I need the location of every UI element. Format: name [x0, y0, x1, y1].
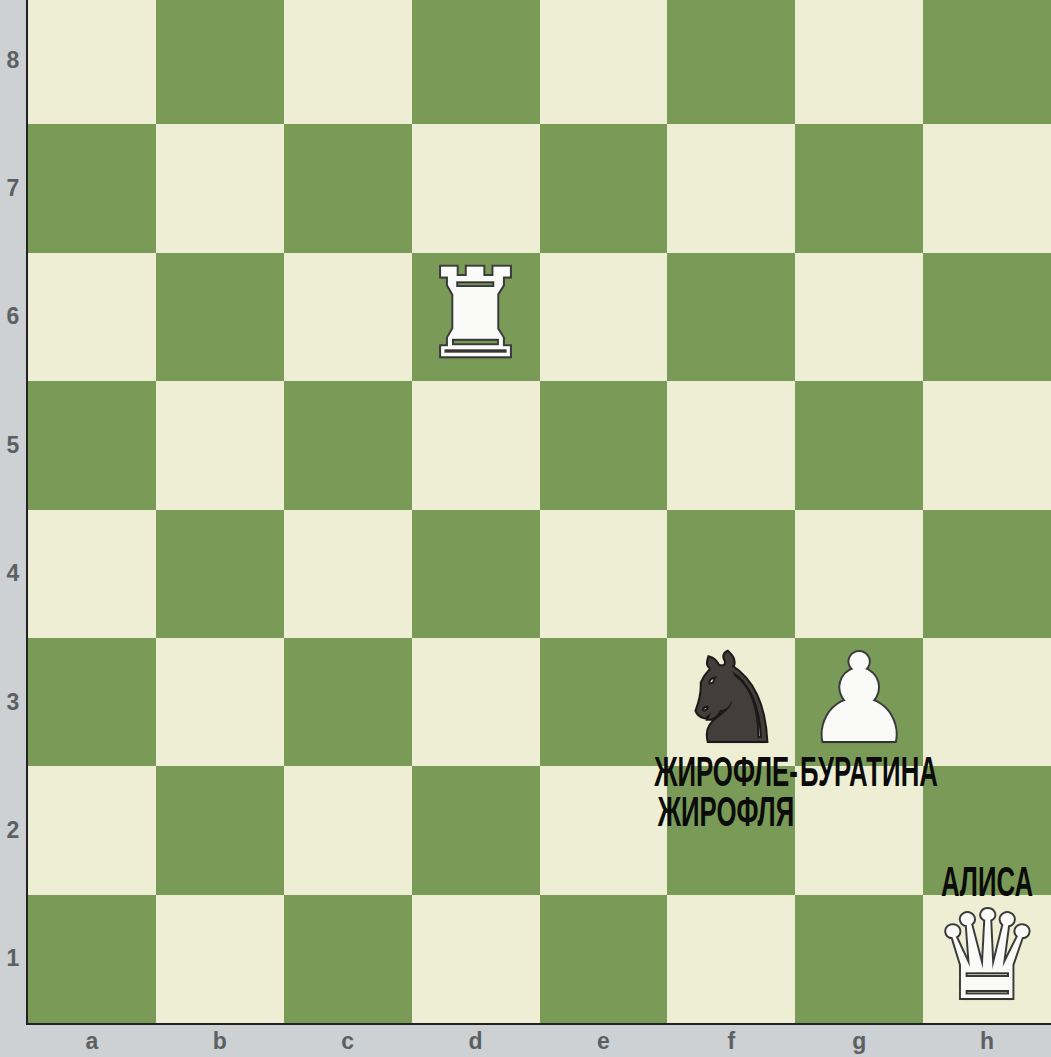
piece-name-label-g3-2: БУРАТИНА: [754, 750, 984, 793]
square-h1[interactable]: ♛: [923, 895, 1051, 1023]
file-label-e: e: [540, 1025, 668, 1057]
square-d1[interactable]: [412, 895, 540, 1023]
square-c4[interactable]: [284, 510, 412, 638]
square-c6[interactable]: [284, 253, 412, 381]
piece-white-queen[interactable]: ♛: [932, 895, 1041, 1017]
square-h3[interactable]: [923, 638, 1051, 766]
square-b8[interactable]: [156, 0, 284, 124]
square-g1[interactable]: [795, 895, 923, 1023]
square-e1[interactable]: [540, 895, 668, 1023]
square-e6[interactable]: [540, 253, 668, 381]
chess-board-app: 87654321 ♜♞♟♛ abcdefgh ЖИРОФЛЕ-ЖИРОФЛЯБУ…: [0, 0, 1051, 1057]
rank-label-5: 5: [0, 381, 26, 509]
square-c2[interactable]: [284, 766, 412, 894]
square-d7[interactable]: [412, 124, 540, 252]
square-e3[interactable]: [540, 638, 668, 766]
file-coordinates: abcdefgh: [28, 1025, 1051, 1057]
square-c7[interactable]: [284, 124, 412, 252]
square-g7[interactable]: [795, 124, 923, 252]
square-d2[interactable]: [412, 766, 540, 894]
square-a3[interactable]: [28, 638, 156, 766]
square-b7[interactable]: [156, 124, 284, 252]
square-d6[interactable]: ♜: [412, 253, 540, 381]
square-h6[interactable]: [923, 253, 1051, 381]
square-a1[interactable]: [28, 895, 156, 1023]
square-b1[interactable]: [156, 895, 284, 1023]
square-a7[interactable]: [28, 124, 156, 252]
square-f6[interactable]: [667, 253, 795, 381]
piece-white-rook[interactable]: ♜: [421, 253, 530, 375]
rank-label-1: 1: [0, 895, 26, 1023]
square-f5[interactable]: [667, 381, 795, 509]
square-h8[interactable]: [923, 0, 1051, 124]
square-a6[interactable]: [28, 253, 156, 381]
square-h4[interactable]: [923, 510, 1051, 638]
square-h7[interactable]: [923, 124, 1051, 252]
square-d5[interactable]: [412, 381, 540, 509]
piece-white-pawn[interactable]: ♟: [805, 638, 914, 760]
piece-black-knight[interactable]: ♞: [677, 638, 786, 760]
square-b5[interactable]: [156, 381, 284, 509]
square-c1[interactable]: [284, 895, 412, 1023]
square-f1[interactable]: [667, 895, 795, 1023]
file-label-f: f: [667, 1025, 795, 1057]
square-g5[interactable]: [795, 381, 923, 509]
square-g8[interactable]: [795, 0, 923, 124]
square-f4[interactable]: [667, 510, 795, 638]
square-h5[interactable]: [923, 381, 1051, 509]
square-a2[interactable]: [28, 766, 156, 894]
square-b2[interactable]: [156, 766, 284, 894]
square-d8[interactable]: [412, 0, 540, 124]
rank-label-8: 8: [0, 0, 26, 124]
square-c3[interactable]: [284, 638, 412, 766]
square-f8[interactable]: [667, 0, 795, 124]
square-a8[interactable]: [28, 0, 156, 124]
square-e8[interactable]: [540, 0, 668, 124]
square-c5[interactable]: [284, 381, 412, 509]
square-d3[interactable]: [412, 638, 540, 766]
file-label-h: h: [923, 1025, 1051, 1057]
file-label-a: a: [28, 1025, 156, 1057]
square-b4[interactable]: [156, 510, 284, 638]
file-label-g: g: [795, 1025, 923, 1057]
file-label-d: d: [412, 1025, 540, 1057]
rank-label-2: 2: [0, 766, 26, 894]
rank-label-4: 4: [0, 510, 26, 638]
square-b6[interactable]: [156, 253, 284, 381]
square-f7[interactable]: [667, 124, 795, 252]
square-g4[interactable]: [795, 510, 923, 638]
chess-board: ♜♞♟♛: [26, 0, 1051, 1025]
square-a4[interactable]: [28, 510, 156, 638]
square-d4[interactable]: [412, 510, 540, 638]
square-a5[interactable]: [28, 381, 156, 509]
rank-label-6: 6: [0, 253, 26, 381]
square-e5[interactable]: [540, 381, 668, 509]
square-e7[interactable]: [540, 124, 668, 252]
square-c8[interactable]: [284, 0, 412, 124]
file-label-c: c: [284, 1025, 412, 1057]
piece-name-label-f3-1: ЖИРОФЛЯ: [612, 790, 839, 833]
rank-coordinates: 87654321: [0, 0, 26, 1023]
square-b3[interactable]: [156, 638, 284, 766]
square-e4[interactable]: [540, 510, 668, 638]
file-label-b: b: [156, 1025, 284, 1057]
rank-label-3: 3: [0, 638, 26, 766]
rank-label-7: 7: [0, 124, 26, 252]
piece-name-label-h1-3: АЛИСА: [910, 860, 1051, 903]
square-g6[interactable]: [795, 253, 923, 381]
